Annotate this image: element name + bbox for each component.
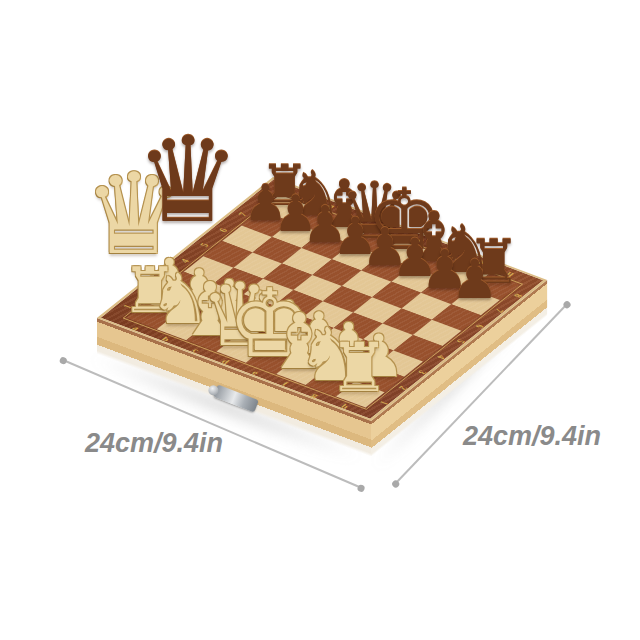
piece-black-pawn-h7: ♟	[450, 253, 498, 307]
dimension-label-right: 24cm/9.4in	[428, 421, 636, 452]
offboard-piece-dark-queen: ♛	[135, 121, 241, 239]
dimension-label-left: 24cm/9.4in	[38, 428, 270, 459]
piece-white-rook-h1: ♜	[329, 334, 390, 402]
chess-set-product-photo: aabbccddeeffgghh1122334455667788 ♜♞♝♛♚♝♞…	[0, 0, 640, 640]
